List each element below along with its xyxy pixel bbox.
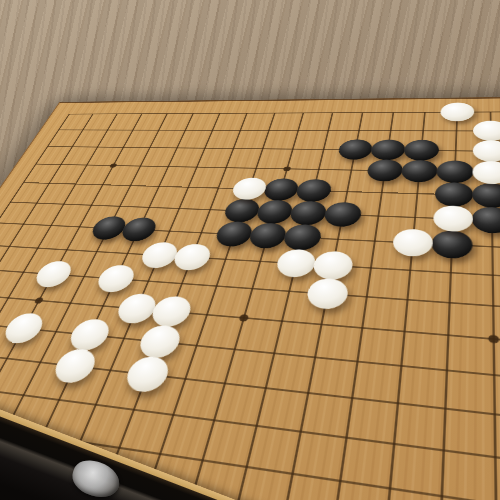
star-point bbox=[34, 297, 45, 304]
go-board-photo-scene bbox=[0, 0, 500, 500]
star-point bbox=[283, 166, 292, 171]
star-point bbox=[488, 335, 499, 344]
star-point bbox=[109, 163, 118, 168]
star-point bbox=[238, 314, 249, 322]
